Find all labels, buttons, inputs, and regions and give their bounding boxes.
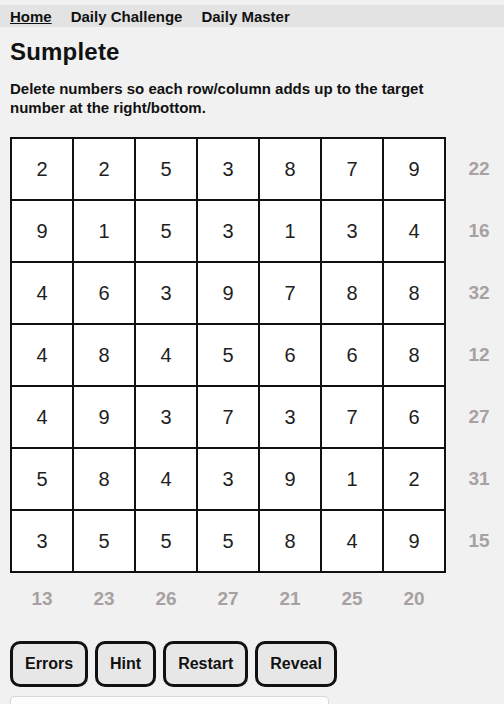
row-target-4: 12 [462,325,496,385]
page-title: Sumplete [10,38,494,66]
cell-r6c2[interactable]: 8 [74,449,134,509]
cell-r2c7[interactable]: 4 [384,201,444,261]
cell-r5c1[interactable]: 4 [12,387,72,447]
cell-r7c3[interactable]: 5 [136,511,196,571]
col-target-7: 20 [384,587,444,611]
top-nav: Home Daily Challenge Daily Master [0,5,504,27]
nav-daily-master-link[interactable]: Daily Master [201,8,289,25]
cell-r3c1[interactable]: 4 [12,263,72,323]
cell-r7c1[interactable]: 3 [12,511,72,571]
hint-button[interactable]: Hint [95,641,156,687]
col-targets: 13232627212520 [12,587,444,611]
cell-r2c6[interactable]: 3 [322,201,382,261]
cell-r7c7[interactable]: 9 [384,511,444,571]
cell-r1c6[interactable]: 7 [322,139,382,199]
col-target-1: 13 [12,587,72,611]
nav-home-link[interactable]: Home [10,8,52,25]
cell-r1c5[interactable]: 8 [260,139,320,199]
instructions-text: Delete numbers so each row/column adds u… [10,79,472,117]
nav-daily-challenge-link[interactable]: Daily Challenge [71,8,183,25]
cell-r1c1[interactable]: 2 [12,139,72,199]
cell-r5c2[interactable]: 9 [74,387,134,447]
cell-r4c6[interactable]: 6 [322,325,382,385]
cell-r4c7[interactable]: 8 [384,325,444,385]
cell-r2c5[interactable]: 1 [260,201,320,261]
cell-r6c4[interactable]: 3 [198,449,258,509]
row-target-5: 27 [462,387,496,447]
cell-r5c7[interactable]: 6 [384,387,444,447]
cell-r4c4[interactable]: 5 [198,325,258,385]
cell-r7c5[interactable]: 8 [260,511,320,571]
row-target-6: 31 [462,449,496,509]
cell-r3c3[interactable]: 3 [136,263,196,323]
cell-r1c7[interactable]: 9 [384,139,444,199]
col-target-6: 25 [322,587,382,611]
cell-r4c1[interactable]: 4 [12,325,72,385]
cell-r6c3[interactable]: 4 [136,449,196,509]
col-target-4: 27 [198,587,258,611]
col-target-2: 23 [74,587,134,611]
cell-r4c2[interactable]: 8 [74,325,134,385]
errors-button[interactable]: Errors [10,641,88,687]
row-target-1: 22 [462,139,496,199]
toolbar: Errors Hint Restart Reveal [10,641,504,687]
cell-r7c4[interactable]: 5 [198,511,258,571]
reveal-button[interactable]: Reveal [255,641,337,687]
cell-r3c6[interactable]: 8 [322,263,382,323]
cell-r4c5[interactable]: 6 [260,325,320,385]
cell-r2c3[interactable]: 5 [136,201,196,261]
cell-r5c5[interactable]: 3 [260,387,320,447]
cell-r1c3[interactable]: 5 [136,139,196,199]
row-targets: 22163212273115 [462,137,496,573]
board-area: 2253879915313446397884845668493737658439… [10,137,504,573]
cell-r1c2[interactable]: 2 [74,139,134,199]
cell-r2c2[interactable]: 1 [74,201,134,261]
sumplete-grid: 2253879915313446397884845668493737658439… [10,137,446,573]
row-target-3: 32 [462,263,496,323]
cell-r5c4[interactable]: 7 [198,387,258,447]
bottom-panel [10,696,329,704]
cell-r3c4[interactable]: 9 [198,263,258,323]
cell-r4c3[interactable]: 4 [136,325,196,385]
cell-r1c4[interactable]: 3 [198,139,258,199]
col-target-5: 21 [260,587,320,611]
cell-r2c4[interactable]: 3 [198,201,258,261]
cell-r3c2[interactable]: 6 [74,263,134,323]
row-target-2: 16 [462,201,496,261]
cell-r6c6[interactable]: 1 [322,449,382,509]
cell-r5c6[interactable]: 7 [322,387,382,447]
cell-r3c7[interactable]: 8 [384,263,444,323]
row-target-7: 15 [462,511,496,571]
cell-r7c6[interactable]: 4 [322,511,382,571]
cell-r6c5[interactable]: 9 [260,449,320,509]
restart-button[interactable]: Restart [163,641,248,687]
cell-r6c1[interactable]: 5 [12,449,72,509]
cell-r3c5[interactable]: 7 [260,263,320,323]
cell-r7c2[interactable]: 5 [74,511,134,571]
cell-r5c3[interactable]: 3 [136,387,196,447]
cell-r6c7[interactable]: 2 [384,449,444,509]
col-target-3: 26 [136,587,196,611]
cell-r2c1[interactable]: 9 [12,201,72,261]
